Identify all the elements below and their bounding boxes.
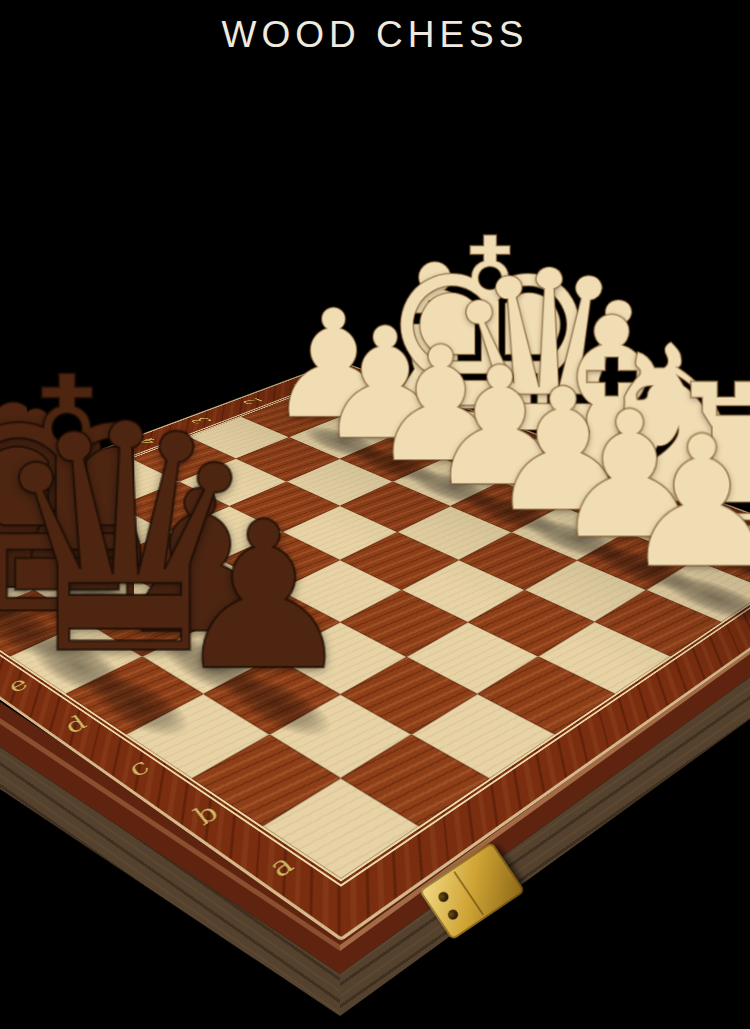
clasp-screw-icon [446,908,460,922]
coordinate-file-d: d [55,714,91,736]
black-queen-icon: ♛ [0,384,288,699]
coordinate-file-b: b [184,802,224,828]
white-pawn-icon: ♟ [557,412,750,594]
board-scene: 12345678hgfedcba ♜♞♟♝♟♛♟♚♟♝♟♟♟♟♟♛♟♚♟♝♟♞♜ [0,0,750,1029]
chess-board: 12345678hgfedcba ♜♞♟♝♟♛♟♚♟♝♟♟♟♟♟♛♟♚♟♝♟♞♜ [0,361,750,942]
product-photo: WOOD CHESS 12345678hgfedcba ♜♞♟♝♟♛♟♚♟♝♟♟… [0,0,750,1029]
coordinate-file-c: c [117,757,153,780]
coordinate-file-a: a [258,853,299,881]
clasp-crease [453,871,484,916]
clasp-screw-icon [437,890,451,904]
